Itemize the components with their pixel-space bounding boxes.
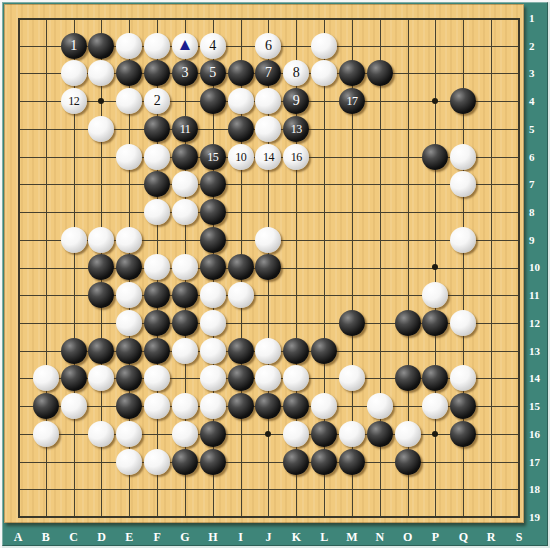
intersection-K10[interactable]	[282, 254, 310, 282]
intersection-O16[interactable]	[394, 420, 422, 448]
intersection-B2[interactable]	[32, 32, 60, 60]
intersection-P5[interactable]	[422, 115, 450, 143]
intersection-Q19[interactable]	[449, 503, 477, 531]
intersection-H9[interactable]	[199, 226, 227, 254]
intersection-E9[interactable]	[115, 226, 143, 254]
intersection-H7[interactable]	[199, 170, 227, 198]
intersection-G5[interactable]	[171, 115, 199, 143]
intersection-B3[interactable]	[32, 59, 60, 87]
intersection-P2[interactable]	[422, 32, 450, 60]
intersection-G1[interactable]	[171, 4, 199, 32]
intersection-B17[interactable]	[32, 448, 60, 476]
intersection-P6[interactable]	[422, 143, 450, 171]
intersection-F14[interactable]	[143, 365, 171, 393]
intersection-N14[interactable]	[366, 365, 394, 393]
intersection-J6[interactable]	[255, 143, 283, 171]
intersection-E16[interactable]	[115, 420, 143, 448]
intersection-Q9[interactable]	[449, 226, 477, 254]
intersection-B4[interactable]	[32, 87, 60, 115]
intersection-R12[interactable]	[477, 309, 505, 337]
intersection-H3[interactable]	[199, 59, 227, 87]
intersection-A4[interactable]	[4, 87, 32, 115]
intersection-D6[interactable]	[88, 143, 116, 171]
intersection-I10[interactable]	[227, 254, 255, 282]
intersection-D1[interactable]	[88, 4, 116, 32]
intersection-N15[interactable]	[366, 392, 394, 420]
intersection-E4[interactable]	[115, 87, 143, 115]
intersection-R17[interactable]	[477, 448, 505, 476]
intersection-N18[interactable]	[366, 476, 394, 504]
intersection-C15[interactable]	[60, 392, 88, 420]
intersection-O4[interactable]	[394, 87, 422, 115]
intersection-F4[interactable]	[143, 87, 171, 115]
intersection-H5[interactable]	[199, 115, 227, 143]
intersection-J15[interactable]	[255, 392, 283, 420]
intersection-M18[interactable]	[338, 476, 366, 504]
intersection-F19[interactable]	[143, 503, 171, 531]
intersection-Q4[interactable]	[449, 87, 477, 115]
intersection-N7[interactable]	[366, 170, 394, 198]
intersection-P17[interactable]	[422, 448, 450, 476]
intersection-L2[interactable]	[310, 32, 338, 60]
intersection-J13[interactable]	[255, 337, 283, 365]
intersection-Q1[interactable]	[449, 4, 477, 32]
intersection-L1[interactable]	[310, 4, 338, 32]
intersection-K5[interactable]	[282, 115, 310, 143]
intersection-C2[interactable]	[60, 32, 88, 60]
intersection-J8[interactable]	[255, 198, 283, 226]
intersection-D7[interactable]	[88, 170, 116, 198]
intersection-K16[interactable]	[282, 420, 310, 448]
intersection-A2[interactable]	[4, 32, 32, 60]
intersection-L4[interactable]	[310, 87, 338, 115]
intersection-D8[interactable]	[88, 198, 116, 226]
intersection-M19[interactable]	[338, 503, 366, 531]
intersection-N10[interactable]	[366, 254, 394, 282]
intersection-L14[interactable]	[310, 365, 338, 393]
intersection-A13[interactable]	[4, 337, 32, 365]
intersection-O15[interactable]	[394, 392, 422, 420]
intersection-G14[interactable]	[171, 365, 199, 393]
intersection-F9[interactable]	[143, 226, 171, 254]
intersection-C19[interactable]	[60, 503, 88, 531]
intersection-F7[interactable]	[143, 170, 171, 198]
intersection-Q3[interactable]	[449, 59, 477, 87]
intersection-I14[interactable]	[227, 365, 255, 393]
intersection-H10[interactable]	[199, 254, 227, 282]
intersection-C4[interactable]	[60, 87, 88, 115]
intersection-N12[interactable]	[366, 309, 394, 337]
intersection-C13[interactable]	[60, 337, 88, 365]
intersection-L16[interactable]	[310, 420, 338, 448]
intersection-G6[interactable]	[171, 143, 199, 171]
intersection-R1[interactable]	[477, 4, 505, 32]
intersection-D17[interactable]	[88, 448, 116, 476]
intersection-B18[interactable]	[32, 476, 60, 504]
intersection-Q7[interactable]	[449, 170, 477, 198]
intersection-K12[interactable]	[282, 309, 310, 337]
intersection-C17[interactable]	[60, 448, 88, 476]
intersection-D5[interactable]	[88, 115, 116, 143]
intersection-N17[interactable]	[366, 448, 394, 476]
intersection-H14[interactable]	[199, 365, 227, 393]
intersection-O14[interactable]	[394, 365, 422, 393]
intersection-A1[interactable]	[4, 4, 32, 32]
intersection-G10[interactable]	[171, 254, 199, 282]
intersection-J9[interactable]	[255, 226, 283, 254]
intersection-H16[interactable]	[199, 420, 227, 448]
intersection-L19[interactable]	[310, 503, 338, 531]
intersection-E12[interactable]	[115, 309, 143, 337]
intersection-M15[interactable]	[338, 392, 366, 420]
intersection-N19[interactable]	[366, 503, 394, 531]
intersection-L8[interactable]	[310, 198, 338, 226]
intersection-E5[interactable]	[115, 115, 143, 143]
intersection-L10[interactable]	[310, 254, 338, 282]
intersection-R19[interactable]	[477, 503, 505, 531]
intersection-N6[interactable]	[366, 143, 394, 171]
intersection-A9[interactable]	[4, 226, 32, 254]
intersection-N3[interactable]	[366, 59, 394, 87]
intersection-L6[interactable]	[310, 143, 338, 171]
intersection-J5[interactable]	[255, 115, 283, 143]
intersection-E3[interactable]	[115, 59, 143, 87]
intersection-Q13[interactable]	[449, 337, 477, 365]
intersection-E6[interactable]	[115, 143, 143, 171]
intersection-G4[interactable]	[171, 87, 199, 115]
intersection-K9[interactable]	[282, 226, 310, 254]
intersection-A14[interactable]	[4, 365, 32, 393]
intersection-J16[interactable]	[255, 420, 283, 448]
intersection-K15[interactable]	[282, 392, 310, 420]
intersection-O13[interactable]	[394, 337, 422, 365]
intersection-D10[interactable]	[88, 254, 116, 282]
intersection-Q2[interactable]	[449, 32, 477, 60]
intersection-O8[interactable]	[394, 198, 422, 226]
intersection-F15[interactable]	[143, 392, 171, 420]
intersection-P13[interactable]	[422, 337, 450, 365]
intersection-C6[interactable]	[60, 143, 88, 171]
intersection-Q16[interactable]	[449, 420, 477, 448]
intersection-G9[interactable]	[171, 226, 199, 254]
intersection-L12[interactable]	[310, 309, 338, 337]
intersection-J11[interactable]	[255, 281, 283, 309]
intersection-I4[interactable]	[227, 87, 255, 115]
intersection-A3[interactable]	[4, 59, 32, 87]
intersection-R13[interactable]	[477, 337, 505, 365]
intersection-O2[interactable]	[394, 32, 422, 60]
intersection-K7[interactable]	[282, 170, 310, 198]
intersection-E13[interactable]	[115, 337, 143, 365]
intersection-K8[interactable]	[282, 198, 310, 226]
intersection-F16[interactable]	[143, 420, 171, 448]
intersection-M11[interactable]	[338, 281, 366, 309]
intersection-B15[interactable]	[32, 392, 60, 420]
intersection-O19[interactable]	[394, 503, 422, 531]
intersection-C9[interactable]	[60, 226, 88, 254]
intersection-K18[interactable]	[282, 476, 310, 504]
intersection-J2[interactable]	[255, 32, 283, 60]
intersection-H6[interactable]	[199, 143, 227, 171]
intersection-E14[interactable]	[115, 365, 143, 393]
intersection-I2[interactable]	[227, 32, 255, 60]
intersection-D3[interactable]	[88, 59, 116, 87]
intersection-B14[interactable]	[32, 365, 60, 393]
intersection-P11[interactable]	[422, 281, 450, 309]
intersection-G8[interactable]	[171, 198, 199, 226]
intersection-G19[interactable]	[171, 503, 199, 531]
intersection-O5[interactable]	[394, 115, 422, 143]
intersection-P18[interactable]	[422, 476, 450, 504]
intersection-B9[interactable]	[32, 226, 60, 254]
intersection-K14[interactable]	[282, 365, 310, 393]
intersection-O11[interactable]	[394, 281, 422, 309]
intersection-A18[interactable]	[4, 476, 32, 504]
intersection-I7[interactable]	[227, 170, 255, 198]
intersection-P15[interactable]	[422, 392, 450, 420]
intersection-K19[interactable]	[282, 503, 310, 531]
intersection-R10[interactable]	[477, 254, 505, 282]
intersection-L7[interactable]	[310, 170, 338, 198]
intersection-R4[interactable]	[477, 87, 505, 115]
intersection-R5[interactable]	[477, 115, 505, 143]
intersection-I1[interactable]	[227, 4, 255, 32]
intersection-J17[interactable]	[255, 448, 283, 476]
intersection-D16[interactable]	[88, 420, 116, 448]
intersection-B10[interactable]	[32, 254, 60, 282]
intersection-I6[interactable]	[227, 143, 255, 171]
intersection-Q14[interactable]	[449, 365, 477, 393]
intersection-B19[interactable]	[32, 503, 60, 531]
intersection-L17[interactable]	[310, 448, 338, 476]
intersection-R11[interactable]	[477, 281, 505, 309]
intersection-O10[interactable]	[394, 254, 422, 282]
intersection-B7[interactable]	[32, 170, 60, 198]
intersection-F12[interactable]	[143, 309, 171, 337]
intersection-E7[interactable]	[115, 170, 143, 198]
intersection-P3[interactable]	[422, 59, 450, 87]
intersection-F13[interactable]	[143, 337, 171, 365]
intersection-H12[interactable]	[199, 309, 227, 337]
intersection-K6[interactable]	[282, 143, 310, 171]
intersection-D2[interactable]	[88, 32, 116, 60]
intersection-H8[interactable]	[199, 198, 227, 226]
intersection-Q15[interactable]	[449, 392, 477, 420]
intersection-H19[interactable]	[199, 503, 227, 531]
intersection-A6[interactable]	[4, 143, 32, 171]
intersection-D4[interactable]	[88, 87, 116, 115]
intersection-D12[interactable]	[88, 309, 116, 337]
intersection-O3[interactable]	[394, 59, 422, 87]
intersection-M9[interactable]	[338, 226, 366, 254]
intersection-E17[interactable]	[115, 448, 143, 476]
intersection-C7[interactable]	[60, 170, 88, 198]
intersection-O18[interactable]	[394, 476, 422, 504]
intersection-R7[interactable]	[477, 170, 505, 198]
intersection-E19[interactable]	[115, 503, 143, 531]
intersection-H4[interactable]	[199, 87, 227, 115]
intersection-Q12[interactable]	[449, 309, 477, 337]
intersection-C3[interactable]	[60, 59, 88, 87]
intersection-D9[interactable]	[88, 226, 116, 254]
intersection-K17[interactable]	[282, 448, 310, 476]
intersection-N5[interactable]	[366, 115, 394, 143]
intersection-O17[interactable]	[394, 448, 422, 476]
intersection-H15[interactable]	[199, 392, 227, 420]
intersection-I5[interactable]	[227, 115, 255, 143]
intersection-K4[interactable]	[282, 87, 310, 115]
intersection-P8[interactable]	[422, 198, 450, 226]
intersection-I16[interactable]	[227, 420, 255, 448]
intersection-B16[interactable]	[32, 420, 60, 448]
intersection-C5[interactable]	[60, 115, 88, 143]
intersection-N4[interactable]	[366, 87, 394, 115]
intersection-I9[interactable]	[227, 226, 255, 254]
intersection-Q8[interactable]	[449, 198, 477, 226]
intersection-D11[interactable]	[88, 281, 116, 309]
intersection-K3[interactable]	[282, 59, 310, 87]
intersection-L13[interactable]	[310, 337, 338, 365]
intersection-I13[interactable]	[227, 337, 255, 365]
intersection-C1[interactable]	[60, 4, 88, 32]
intersection-G12[interactable]	[171, 309, 199, 337]
intersection-M16[interactable]	[338, 420, 366, 448]
intersection-I18[interactable]	[227, 476, 255, 504]
intersection-J18[interactable]	[255, 476, 283, 504]
intersection-D13[interactable]	[88, 337, 116, 365]
intersection-R18[interactable]	[477, 476, 505, 504]
intersection-M7[interactable]	[338, 170, 366, 198]
intersection-P16[interactable]	[422, 420, 450, 448]
intersection-P4[interactable]	[422, 87, 450, 115]
intersection-F18[interactable]	[143, 476, 171, 504]
intersection-F5[interactable]	[143, 115, 171, 143]
intersection-B5[interactable]	[32, 115, 60, 143]
intersection-G13[interactable]	[171, 337, 199, 365]
intersection-D18[interactable]	[88, 476, 116, 504]
intersection-R16[interactable]	[477, 420, 505, 448]
intersection-O6[interactable]	[394, 143, 422, 171]
intersection-R2[interactable]	[477, 32, 505, 60]
intersection-G18[interactable]	[171, 476, 199, 504]
intersection-A8[interactable]	[4, 198, 32, 226]
intersection-B6[interactable]	[32, 143, 60, 171]
intersection-A16[interactable]	[4, 420, 32, 448]
intersection-Q18[interactable]	[449, 476, 477, 504]
intersection-H2[interactable]	[199, 32, 227, 60]
intersection-J1[interactable]	[255, 4, 283, 32]
intersection-M6[interactable]	[338, 143, 366, 171]
intersection-F8[interactable]	[143, 198, 171, 226]
intersection-P14[interactable]	[422, 365, 450, 393]
intersection-C11[interactable]	[60, 281, 88, 309]
intersection-B8[interactable]	[32, 198, 60, 226]
intersection-A10[interactable]	[4, 254, 32, 282]
intersection-G15[interactable]	[171, 392, 199, 420]
intersection-M12[interactable]	[338, 309, 366, 337]
intersection-D14[interactable]	[88, 365, 116, 393]
intersection-R6[interactable]	[477, 143, 505, 171]
intersection-N16[interactable]	[366, 420, 394, 448]
intersection-J12[interactable]	[255, 309, 283, 337]
intersection-F11[interactable]	[143, 281, 171, 309]
intersection-E1[interactable]	[115, 4, 143, 32]
intersection-G11[interactable]	[171, 281, 199, 309]
intersection-B12[interactable]	[32, 309, 60, 337]
intersection-B1[interactable]	[32, 4, 60, 32]
intersection-I12[interactable]	[227, 309, 255, 337]
intersection-L3[interactable]	[310, 59, 338, 87]
intersection-M10[interactable]	[338, 254, 366, 282]
intersection-I8[interactable]	[227, 198, 255, 226]
intersection-M17[interactable]	[338, 448, 366, 476]
intersection-O1[interactable]	[394, 4, 422, 32]
intersection-L5[interactable]	[310, 115, 338, 143]
intersection-K11[interactable]	[282, 281, 310, 309]
intersection-M3[interactable]	[338, 59, 366, 87]
intersection-E8[interactable]	[115, 198, 143, 226]
intersection-Q17[interactable]	[449, 448, 477, 476]
intersection-J4[interactable]	[255, 87, 283, 115]
intersection-I15[interactable]	[227, 392, 255, 420]
intersection-K13[interactable]	[282, 337, 310, 365]
intersection-E2[interactable]	[115, 32, 143, 60]
intersection-I17[interactable]	[227, 448, 255, 476]
intersection-G16[interactable]	[171, 420, 199, 448]
intersection-D19[interactable]	[88, 503, 116, 531]
intersection-A11[interactable]	[4, 281, 32, 309]
intersection-H1[interactable]	[199, 4, 227, 32]
intersection-F17[interactable]	[143, 448, 171, 476]
intersection-H17[interactable]	[199, 448, 227, 476]
intersection-M2[interactable]	[338, 32, 366, 60]
intersection-L11[interactable]	[310, 281, 338, 309]
intersection-Q5[interactable]	[449, 115, 477, 143]
intersection-I19[interactable]	[227, 503, 255, 531]
intersection-D15[interactable]	[88, 392, 116, 420]
intersection-A12[interactable]	[4, 309, 32, 337]
intersection-A15[interactable]	[4, 392, 32, 420]
intersection-M4[interactable]	[338, 87, 366, 115]
intersection-H11[interactable]	[199, 281, 227, 309]
intersection-P9[interactable]	[422, 226, 450, 254]
intersection-O7[interactable]	[394, 170, 422, 198]
intersection-N1[interactable]	[366, 4, 394, 32]
intersection-R14[interactable]	[477, 365, 505, 393]
intersection-B13[interactable]	[32, 337, 60, 365]
intersection-G7[interactable]	[171, 170, 199, 198]
intersection-J14[interactable]	[255, 365, 283, 393]
intersection-C12[interactable]	[60, 309, 88, 337]
intersection-C8[interactable]	[60, 198, 88, 226]
intersection-B11[interactable]	[32, 281, 60, 309]
intersection-N8[interactable]	[366, 198, 394, 226]
intersection-O9[interactable]	[394, 226, 422, 254]
intersection-Q11[interactable]	[449, 281, 477, 309]
intersection-J10[interactable]	[255, 254, 283, 282]
intersection-F6[interactable]	[143, 143, 171, 171]
intersection-G17[interactable]	[171, 448, 199, 476]
intersection-K1[interactable]	[282, 4, 310, 32]
intersection-A19[interactable]	[4, 503, 32, 531]
intersection-F1[interactable]	[143, 4, 171, 32]
intersection-Q10[interactable]	[449, 254, 477, 282]
intersection-M13[interactable]	[338, 337, 366, 365]
intersection-R8[interactable]	[477, 198, 505, 226]
intersection-Q6[interactable]	[449, 143, 477, 171]
intersection-C18[interactable]	[60, 476, 88, 504]
intersection-E18[interactable]	[115, 476, 143, 504]
